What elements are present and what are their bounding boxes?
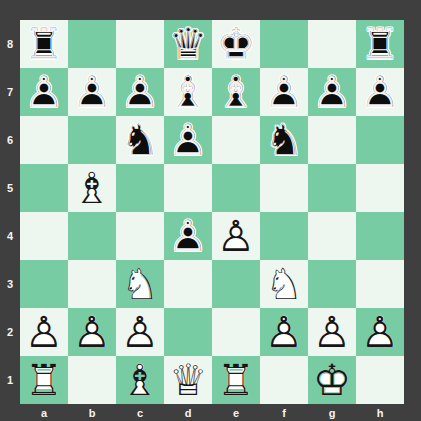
square-b1[interactable]: [68, 356, 116, 404]
square-b8[interactable]: [68, 20, 116, 68]
square-h6[interactable]: [356, 116, 404, 164]
black-rook-outline-icon: ♖: [356, 20, 404, 68]
file-label-b: b: [68, 404, 116, 421]
chess-board: ♜♖♛♕♚♔♜♖♟♙♟♙♟♙♝♗♝♗♟♙♟♙♟♙♞♘♟♙♞♘♝♗♟♙♟♙♞♘♞♘…: [20, 20, 404, 404]
rank-label-2: 2: [0, 308, 20, 356]
black-king-outline-icon: ♔: [212, 20, 260, 68]
square-a5[interactable]: [20, 164, 68, 212]
rank-label-3: 3: [0, 260, 20, 308]
square-h3[interactable]: [356, 260, 404, 308]
white-rook-icon: ♜: [212, 356, 260, 404]
square-f1[interactable]: [260, 356, 308, 404]
square-b4[interactable]: [68, 212, 116, 260]
square-a1[interactable]: ♜♖: [20, 356, 68, 404]
white-pawn-icon: ♟: [260, 308, 308, 356]
black-bishop-outline-icon: ♗: [164, 68, 212, 116]
file-labels: a b c d e f g h: [20, 404, 404, 421]
square-g6[interactable]: [308, 116, 356, 164]
square-e1[interactable]: ♜♖: [212, 356, 260, 404]
square-g8[interactable]: [308, 20, 356, 68]
rank-label-8: 8: [0, 20, 20, 68]
white-pawn-outline-icon: ♙: [68, 308, 116, 356]
black-pawn-outline-icon: ♙: [116, 68, 164, 116]
square-c5[interactable]: [116, 164, 164, 212]
square-c3[interactable]: ♞♘: [116, 260, 164, 308]
black-king-icon: ♚: [212, 20, 260, 68]
white-pawn-outline-icon: ♙: [308, 308, 356, 356]
white-rook-icon: ♜: [20, 356, 68, 404]
square-a4[interactable]: [20, 212, 68, 260]
square-d3[interactable]: [164, 260, 212, 308]
rank-label-6: 6: [0, 116, 20, 164]
white-king-outline-icon: ♔: [308, 356, 356, 404]
white-bishop-icon: ♝: [68, 164, 116, 212]
square-a6[interactable]: [20, 116, 68, 164]
white-pawn-outline-icon: ♙: [260, 308, 308, 356]
white-knight-icon: ♞: [260, 260, 308, 308]
square-b6[interactable]: [68, 116, 116, 164]
square-c1[interactable]: ♝♗: [116, 356, 164, 404]
white-knight-outline-icon: ♘: [260, 260, 308, 308]
black-knight-outline-icon: ♘: [116, 116, 164, 164]
black-pawn-outline-icon: ♙: [356, 68, 404, 116]
square-g4[interactable]: [308, 212, 356, 260]
file-label-f: f: [260, 404, 308, 421]
square-h2[interactable]: ♟♙: [356, 308, 404, 356]
square-b5[interactable]: ♝♗: [68, 164, 116, 212]
white-rook-outline-icon: ♖: [20, 356, 68, 404]
square-h7[interactable]: ♟♙: [356, 68, 404, 116]
black-bishop-icon: ♝: [164, 68, 212, 116]
square-h1[interactable]: [356, 356, 404, 404]
black-pawn-outline-icon: ♙: [164, 212, 212, 260]
white-bishop-icon: ♝: [116, 356, 164, 404]
black-bishop-outline-icon: ♗: [212, 68, 260, 116]
black-rook-icon: ♜: [20, 20, 68, 68]
black-pawn-icon: ♟: [20, 68, 68, 116]
file-label-e: e: [212, 404, 260, 421]
square-d1[interactable]: ♛♕: [164, 356, 212, 404]
white-knight-outline-icon: ♘: [116, 260, 164, 308]
white-pawn-icon: ♟: [308, 308, 356, 356]
white-bishop-outline-icon: ♗: [68, 164, 116, 212]
square-e2[interactable]: [212, 308, 260, 356]
black-knight-outline-icon: ♘: [260, 116, 308, 164]
white-pawn-outline-icon: ♙: [356, 308, 404, 356]
square-f5[interactable]: [260, 164, 308, 212]
square-a3[interactable]: [20, 260, 68, 308]
black-rook-outline-icon: ♖: [20, 20, 68, 68]
square-c8[interactable]: [116, 20, 164, 68]
black-queen-icon: ♛: [164, 20, 212, 68]
square-a2[interactable]: ♟♙: [20, 308, 68, 356]
square-c4[interactable]: [116, 212, 164, 260]
square-f6[interactable]: ♞♘: [260, 116, 308, 164]
black-rook-icon: ♜: [356, 20, 404, 68]
rank-label-4: 4: [0, 212, 20, 260]
square-f7[interactable]: ♟♙: [260, 68, 308, 116]
square-c2[interactable]: ♟♙: [116, 308, 164, 356]
black-pawn-outline-icon: ♙: [260, 68, 308, 116]
file-label-g: g: [308, 404, 356, 421]
square-d7[interactable]: ♝♗: [164, 68, 212, 116]
white-rook-outline-icon: ♖: [212, 356, 260, 404]
black-pawn-outline-icon: ♙: [308, 68, 356, 116]
square-c6[interactable]: ♞♘: [116, 116, 164, 164]
file-label-a: a: [20, 404, 68, 421]
square-e5[interactable]: [212, 164, 260, 212]
square-g3[interactable]: [308, 260, 356, 308]
square-a7[interactable]: ♟♙: [20, 68, 68, 116]
square-d8[interactable]: ♛♕: [164, 20, 212, 68]
square-h4[interactable]: [356, 212, 404, 260]
square-d4[interactable]: ♟♙: [164, 212, 212, 260]
black-pawn-icon: ♟: [164, 116, 212, 164]
square-a8[interactable]: ♜♖: [20, 20, 68, 68]
square-e8[interactable]: ♚♔: [212, 20, 260, 68]
white-queen-outline-icon: ♕: [164, 356, 212, 404]
black-pawn-icon: ♟: [356, 68, 404, 116]
white-pawn-icon: ♟: [356, 308, 404, 356]
square-f4[interactable]: [260, 212, 308, 260]
black-knight-icon: ♞: [260, 116, 308, 164]
white-pawn-outline-icon: ♙: [20, 308, 68, 356]
white-pawn-icon: ♟: [212, 212, 260, 260]
rank-label-7: 7: [0, 68, 20, 116]
white-pawn-icon: ♟: [68, 308, 116, 356]
black-pawn-icon: ♟: [260, 68, 308, 116]
black-pawn-icon: ♟: [116, 68, 164, 116]
square-b7[interactable]: ♟♙: [68, 68, 116, 116]
square-g7[interactable]: ♟♙: [308, 68, 356, 116]
square-g2[interactable]: ♟♙: [308, 308, 356, 356]
white-pawn-outline-icon: ♙: [212, 212, 260, 260]
white-queen-icon: ♛: [164, 356, 212, 404]
square-h8[interactable]: ♜♖: [356, 20, 404, 68]
black-pawn-icon: ♟: [164, 212, 212, 260]
rank-label-5: 5: [0, 164, 20, 212]
board-frame: 8 7 6 5 4 3 2 1 ♜♖♛♕♚♔♜♖♟♙♟♙♟♙♝♗♝♗♟♙♟♙♟♙…: [0, 0, 421, 421]
square-e3[interactable]: [212, 260, 260, 308]
square-e7[interactable]: ♝♗: [212, 68, 260, 116]
square-f8[interactable]: [260, 20, 308, 68]
white-pawn-outline-icon: ♙: [116, 308, 164, 356]
square-c7[interactable]: ♟♙: [116, 68, 164, 116]
white-pawn-icon: ♟: [116, 308, 164, 356]
square-b2[interactable]: ♟♙: [68, 308, 116, 356]
square-d5[interactable]: [164, 164, 212, 212]
file-label-c: c: [116, 404, 164, 421]
black-pawn-outline-icon: ♙: [164, 116, 212, 164]
white-knight-icon: ♞: [116, 260, 164, 308]
black-bishop-icon: ♝: [212, 68, 260, 116]
black-pawn-outline-icon: ♙: [68, 68, 116, 116]
square-g5[interactable]: [308, 164, 356, 212]
rank-label-1: 1: [0, 356, 20, 404]
rank-labels: 8 7 6 5 4 3 2 1: [0, 20, 20, 404]
black-queen-outline-icon: ♕: [164, 20, 212, 68]
white-bishop-outline-icon: ♗: [116, 356, 164, 404]
square-g1[interactable]: ♚♔: [308, 356, 356, 404]
square-b3[interactable]: [68, 260, 116, 308]
square-e4[interactable]: ♟♙: [212, 212, 260, 260]
square-f2[interactable]: ♟♙: [260, 308, 308, 356]
square-d6[interactable]: ♟♙: [164, 116, 212, 164]
white-pawn-icon: ♟: [20, 308, 68, 356]
square-e6[interactable]: [212, 116, 260, 164]
black-knight-icon: ♞: [116, 116, 164, 164]
black-pawn-icon: ♟: [68, 68, 116, 116]
black-pawn-icon: ♟: [308, 68, 356, 116]
black-pawn-outline-icon: ♙: [20, 68, 68, 116]
square-d2[interactable]: [164, 308, 212, 356]
square-f3[interactable]: ♞♘: [260, 260, 308, 308]
white-king-icon: ♚: [308, 356, 356, 404]
square-h5[interactable]: [356, 164, 404, 212]
file-label-d: d: [164, 404, 212, 421]
file-label-h: h: [356, 404, 404, 421]
